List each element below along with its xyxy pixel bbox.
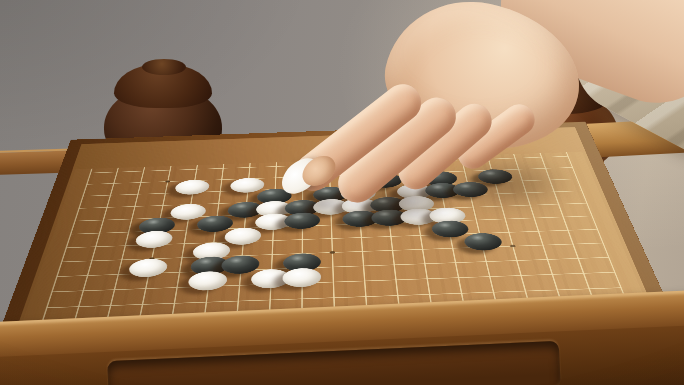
white-stone xyxy=(174,179,210,195)
white-stone xyxy=(127,258,169,278)
black-stone xyxy=(476,169,514,185)
black-stone xyxy=(221,255,260,274)
go-scene xyxy=(0,0,684,385)
white-stone xyxy=(230,177,265,193)
black-stone xyxy=(452,181,490,197)
black-stone xyxy=(430,220,470,238)
white-stone xyxy=(169,203,207,220)
white-stone xyxy=(224,227,262,245)
black-stone xyxy=(284,212,320,229)
white-stone xyxy=(282,268,321,288)
black-stone xyxy=(196,215,234,232)
white-stone xyxy=(134,230,174,248)
black-stone xyxy=(463,233,504,252)
